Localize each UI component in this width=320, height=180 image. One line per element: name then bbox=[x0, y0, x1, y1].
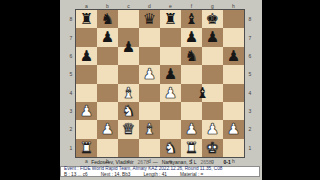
rank-label-5: 5 bbox=[247, 65, 253, 83]
square-f2 bbox=[181, 120, 202, 138]
square-f1 bbox=[181, 139, 202, 157]
file-label-b: b bbox=[97, 3, 118, 9]
square-b3 bbox=[97, 102, 118, 120]
rank-label-8: 8 bbox=[247, 10, 253, 28]
square-f8 bbox=[181, 10, 202, 28]
status-line: B : 13 ... c6 Next : 14. Bb3 Length : 41… bbox=[64, 172, 259, 177]
square-a7 bbox=[76, 28, 97, 46]
square-d8 bbox=[139, 10, 160, 28]
square-g5 bbox=[202, 65, 223, 83]
file-label-d: d bbox=[139, 3, 160, 9]
square-g6 bbox=[202, 47, 223, 65]
square-g3 bbox=[202, 102, 223, 120]
square-b1 bbox=[97, 139, 118, 157]
black-player-name: Narayanan, S L bbox=[162, 159, 197, 165]
square-b5 bbox=[97, 65, 118, 83]
rank-label-3: 3 bbox=[247, 102, 253, 120]
square-a3 bbox=[76, 102, 97, 120]
rank-label-4: 4 bbox=[68, 84, 74, 102]
square-e4 bbox=[160, 84, 181, 102]
square-d6 bbox=[139, 47, 160, 65]
square-c7 bbox=[118, 28, 139, 46]
square-c4 bbox=[118, 84, 139, 102]
square-b6 bbox=[97, 47, 118, 65]
rank-label-3: 3 bbox=[68, 102, 74, 120]
rank-label-1: 1 bbox=[68, 139, 74, 157]
game-info-box: Event : FIDE World Rapid Team, Almaty KA… bbox=[60, 166, 260, 177]
square-h5 bbox=[223, 65, 244, 83]
square-e7 bbox=[160, 28, 181, 46]
square-e1 bbox=[160, 139, 181, 157]
square-f3 bbox=[181, 102, 202, 120]
square-c1 bbox=[118, 139, 139, 157]
square-f4 bbox=[181, 84, 202, 102]
rank-labels-right: 87654321 bbox=[247, 10, 253, 157]
last-move-label: B : 13 ... c6 bbox=[64, 172, 88, 177]
length-label: Length : 41 bbox=[143, 172, 166, 177]
square-h8 bbox=[223, 10, 244, 28]
chess-board bbox=[76, 10, 244, 157]
white-player-name: Fedoseev, Vladimir bbox=[91, 159, 133, 165]
square-g7 bbox=[202, 28, 223, 46]
next-move-label: Next : 14. Bb3 bbox=[101, 172, 131, 177]
video-frame: { "game": "chess", "position": { "fen": … bbox=[0, 0, 320, 180]
square-e2 bbox=[160, 120, 181, 138]
square-e3 bbox=[160, 102, 181, 120]
letterbox-bar-left bbox=[0, 0, 60, 180]
square-h4 bbox=[223, 84, 244, 102]
square-e5 bbox=[160, 65, 181, 83]
square-d2 bbox=[139, 120, 160, 138]
square-h7 bbox=[223, 28, 244, 46]
square-b2 bbox=[97, 120, 118, 138]
file-label-e: e bbox=[160, 3, 181, 9]
square-c6 bbox=[118, 47, 139, 65]
square-b4 bbox=[97, 84, 118, 102]
rank-label-2: 2 bbox=[68, 120, 74, 138]
rank-label-6: 6 bbox=[247, 47, 253, 65]
square-g2 bbox=[202, 120, 223, 138]
material-label: Material : = bbox=[180, 172, 203, 177]
file-label-a: a bbox=[76, 3, 97, 9]
chess-app-frame: abcdefgh 87654321 87654321 ♜♞♛♜♝♚♟♟♟♟♟♞♟… bbox=[60, 0, 262, 180]
rank-labels-left: 87654321 bbox=[68, 10, 74, 157]
square-g4 bbox=[202, 84, 223, 102]
square-a2 bbox=[76, 120, 97, 138]
players-separator: — bbox=[153, 159, 158, 165]
square-a8 bbox=[76, 10, 97, 28]
square-h3 bbox=[223, 102, 244, 120]
square-f6 bbox=[181, 47, 202, 65]
white-player-elo: 2678 bbox=[138, 159, 149, 165]
game-result: 0-1 bbox=[224, 159, 231, 165]
square-b8 bbox=[97, 10, 118, 28]
rank-label-1: 1 bbox=[247, 139, 253, 157]
square-a4 bbox=[76, 84, 97, 102]
rank-label-4: 4 bbox=[247, 84, 253, 102]
square-d4 bbox=[139, 84, 160, 102]
rank-label-7: 7 bbox=[247, 28, 253, 46]
square-b7 bbox=[97, 28, 118, 46]
square-f5 bbox=[181, 65, 202, 83]
square-c3 bbox=[118, 102, 139, 120]
square-d5 bbox=[139, 65, 160, 83]
square-e8 bbox=[160, 10, 181, 28]
rank-label-8: 8 bbox=[68, 10, 74, 28]
black-player-elo: 2658 bbox=[200, 159, 211, 165]
letterbox-bar-right bbox=[262, 0, 320, 180]
square-a1 bbox=[76, 139, 97, 157]
square-h1 bbox=[223, 139, 244, 157]
square-h2 bbox=[223, 120, 244, 138]
square-a6 bbox=[76, 47, 97, 65]
square-a5 bbox=[76, 65, 97, 83]
rank-label-6: 6 bbox=[68, 47, 74, 65]
square-h6 bbox=[223, 47, 244, 65]
square-c5 bbox=[118, 65, 139, 83]
file-label-c: c bbox=[118, 3, 139, 9]
file-labels-top: abcdefgh bbox=[76, 3, 244, 9]
square-c8 bbox=[118, 10, 139, 28]
square-d7 bbox=[139, 28, 160, 46]
file-label-g: g bbox=[202, 3, 223, 9]
rank-label-7: 7 bbox=[68, 28, 74, 46]
players-line: Fedoseev, Vladimir 2678 — Narayanan, S L… bbox=[60, 159, 262, 165]
file-label-h: h bbox=[223, 3, 244, 9]
rank-label-5: 5 bbox=[68, 65, 74, 83]
square-c2 bbox=[118, 120, 139, 138]
square-f7 bbox=[181, 28, 202, 46]
square-e6 bbox=[160, 47, 181, 65]
square-d3 bbox=[139, 102, 160, 120]
file-label-f: f bbox=[181, 3, 202, 9]
rank-label-2: 2 bbox=[247, 120, 253, 138]
square-g1 bbox=[202, 139, 223, 157]
square-d1 bbox=[139, 139, 160, 157]
square-g8 bbox=[202, 10, 223, 28]
